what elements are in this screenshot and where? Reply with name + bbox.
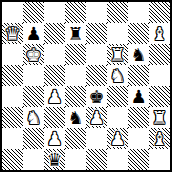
square-e1[interactable] <box>86 149 107 170</box>
square-h7[interactable]: ♝ <box>149 23 170 44</box>
square-g7[interactable] <box>128 23 149 44</box>
square-d1[interactable] <box>65 149 86 170</box>
square-d2[interactable] <box>65 128 86 149</box>
square-a7[interactable]: ♛ <box>2 23 23 44</box>
black-knight: ♞ <box>128 44 149 65</box>
square-f4[interactable] <box>107 86 128 107</box>
square-h8[interactable] <box>149 2 170 23</box>
white-rook: ♜ <box>107 44 128 65</box>
square-a3[interactable] <box>2 107 23 128</box>
white-rook: ♜ <box>149 107 170 128</box>
square-d8[interactable] <box>65 2 86 23</box>
square-g5[interactable] <box>128 65 149 86</box>
square-f5[interactable]: ♞ <box>107 65 128 86</box>
square-f3[interactable] <box>107 107 128 128</box>
square-g2[interactable] <box>128 128 149 149</box>
square-b8[interactable] <box>23 2 44 23</box>
square-h1[interactable] <box>149 149 170 170</box>
white-bishop: ♝ <box>149 23 170 44</box>
square-c1[interactable]: ♛ <box>44 149 65 170</box>
square-e2[interactable] <box>86 128 107 149</box>
square-c2[interactable]: ♟ <box>44 128 65 149</box>
square-g1[interactable] <box>128 149 149 170</box>
white-pawn: ♟ <box>44 128 65 149</box>
square-d3[interactable]: ♞ <box>65 107 86 128</box>
square-c6[interactable] <box>44 44 65 65</box>
square-a4[interactable] <box>2 86 23 107</box>
square-b7[interactable]: ♟ <box>23 23 44 44</box>
square-c3[interactable] <box>44 107 65 128</box>
square-d4[interactable] <box>65 86 86 107</box>
white-pawn: ♟ <box>86 107 107 128</box>
square-a1[interactable] <box>2 149 23 170</box>
square-h6[interactable] <box>149 44 170 65</box>
square-e3[interactable]: ♟ <box>86 107 107 128</box>
chess-board: ♛♟♜♝♚♜♞♞♟♚♟♞♞♟♜♟♟♝♛ <box>0 0 172 172</box>
square-b1[interactable] <box>23 149 44 170</box>
square-a6[interactable] <box>2 44 23 65</box>
black-king: ♚ <box>86 86 107 107</box>
square-f1[interactable] <box>107 149 128 170</box>
black-rook: ♜ <box>65 23 86 44</box>
square-f7[interactable] <box>107 23 128 44</box>
square-b3[interactable]: ♞ <box>23 107 44 128</box>
black-pawn: ♟ <box>128 86 149 107</box>
black-knight: ♞ <box>65 107 86 128</box>
square-a5[interactable] <box>2 65 23 86</box>
square-g6[interactable]: ♞ <box>128 44 149 65</box>
square-g8[interactable] <box>128 2 149 23</box>
white-queen: ♛ <box>2 23 23 44</box>
square-e5[interactable] <box>86 65 107 86</box>
square-b6[interactable]: ♚ <box>23 44 44 65</box>
square-d5[interactable] <box>65 65 86 86</box>
square-b5[interactable] <box>23 65 44 86</box>
square-g4[interactable]: ♟ <box>128 86 149 107</box>
square-e8[interactable] <box>86 2 107 23</box>
square-e6[interactable] <box>86 44 107 65</box>
square-a8[interactable] <box>2 2 23 23</box>
white-knight: ♞ <box>107 65 128 86</box>
square-h3[interactable]: ♜ <box>149 107 170 128</box>
square-c8[interactable] <box>44 2 65 23</box>
black-queen: ♛ <box>44 149 65 170</box>
square-e7[interactable] <box>86 23 107 44</box>
square-h5[interactable] <box>149 65 170 86</box>
square-f8[interactable] <box>107 2 128 23</box>
square-d6[interactable] <box>65 44 86 65</box>
square-h4[interactable] <box>149 86 170 107</box>
white-king: ♚ <box>23 44 44 65</box>
square-c5[interactable] <box>44 65 65 86</box>
white-bishop: ♝ <box>149 128 170 149</box>
white-pawn: ♟ <box>107 128 128 149</box>
black-pawn: ♟ <box>23 23 44 44</box>
white-pawn: ♟ <box>44 86 65 107</box>
square-h2[interactable]: ♝ <box>149 128 170 149</box>
square-c4[interactable]: ♟ <box>44 86 65 107</box>
square-e4[interactable]: ♚ <box>86 86 107 107</box>
square-b4[interactable] <box>23 86 44 107</box>
square-d7[interactable]: ♜ <box>65 23 86 44</box>
square-g3[interactable] <box>128 107 149 128</box>
square-a2[interactable] <box>2 128 23 149</box>
square-b2[interactable] <box>23 128 44 149</box>
white-knight: ♞ <box>23 107 44 128</box>
square-f2[interactable]: ♟ <box>107 128 128 149</box>
square-f6[interactable]: ♜ <box>107 44 128 65</box>
square-c7[interactable] <box>44 23 65 44</box>
